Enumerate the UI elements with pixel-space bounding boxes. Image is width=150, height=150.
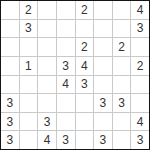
clue-cell-r6c1: 3	[1, 94, 19, 112]
clue-cell-r8c3: 4	[38, 131, 56, 149]
empty-cell-r4c6[interactable]	[94, 57, 112, 75]
clue-cell-r4c5: 4	[76, 57, 94, 75]
empty-cell-r7c4[interactable]	[57, 113, 75, 131]
empty-cell-r8c2[interactable]	[20, 131, 38, 149]
clue-cell-r8c4: 3	[57, 131, 75, 149]
clue-cell-r7c8: 4	[131, 113, 149, 131]
clue-cell-r3c7: 2	[113, 38, 131, 56]
minesweeper-board: 224332213424333333434333	[0, 0, 150, 150]
empty-cell-r1c6[interactable]	[94, 1, 112, 19]
empty-cell-r4c7[interactable]	[113, 57, 131, 75]
empty-cell-r4c3[interactable]	[38, 57, 56, 75]
clue-cell-r7c3: 3	[38, 113, 56, 131]
empty-cell-r6c8[interactable]	[131, 94, 149, 112]
clue-cell-r1c8: 4	[131, 1, 149, 19]
empty-cell-r2c5[interactable]	[76, 20, 94, 38]
clue-cell-r1c5: 2	[76, 1, 94, 19]
empty-cell-r5c2[interactable]	[20, 76, 38, 94]
empty-cell-r2c3[interactable]	[38, 20, 56, 38]
empty-cell-r5c8[interactable]	[131, 76, 149, 94]
empty-cell-r2c1[interactable]	[1, 20, 19, 38]
clue-cell-r7c1: 3	[1, 113, 19, 131]
empty-cell-r6c2[interactable]	[20, 94, 38, 112]
clue-cell-r5c4: 4	[57, 76, 75, 94]
clue-cell-r2c8: 3	[131, 20, 149, 38]
clue-cell-r6c7: 3	[113, 94, 131, 112]
clue-cell-r2c2: 3	[20, 20, 38, 38]
empty-cell-r8c5[interactable]	[76, 131, 94, 149]
clue-cell-r4c2: 1	[20, 57, 38, 75]
clue-cell-r1c2: 2	[20, 1, 38, 19]
clue-cell-r8c6: 3	[94, 131, 112, 149]
empty-cell-r5c1[interactable]	[1, 76, 19, 94]
empty-cell-r1c1[interactable]	[1, 1, 19, 19]
empty-cell-r7c6[interactable]	[94, 113, 112, 131]
empty-cell-r7c5[interactable]	[76, 113, 94, 131]
empty-cell-r2c4[interactable]	[57, 20, 75, 38]
empty-cell-r1c3[interactable]	[38, 1, 56, 19]
empty-cell-r3c2[interactable]	[20, 38, 38, 56]
empty-cell-r5c6[interactable]	[94, 76, 112, 94]
empty-cell-r2c6[interactable]	[94, 20, 112, 38]
clue-cell-r8c1: 3	[1, 131, 19, 149]
empty-cell-r5c3[interactable]	[38, 76, 56, 94]
empty-cell-r6c3[interactable]	[38, 94, 56, 112]
empty-cell-r2c7[interactable]	[113, 20, 131, 38]
empty-cell-r7c7[interactable]	[113, 113, 131, 131]
empty-cell-r8c7[interactable]	[113, 131, 131, 149]
empty-cell-r3c8[interactable]	[131, 38, 149, 56]
clue-cell-r5c5: 3	[76, 76, 94, 94]
clue-cell-r4c4: 3	[57, 57, 75, 75]
empty-cell-r3c3[interactable]	[38, 38, 56, 56]
clue-cell-r6c6: 3	[94, 94, 112, 112]
clue-cell-r4c8: 2	[131, 57, 149, 75]
empty-cell-r1c7[interactable]	[113, 1, 131, 19]
clue-cell-r8c8: 3	[131, 131, 149, 149]
empty-cell-r5c7[interactable]	[113, 76, 131, 94]
empty-cell-r4c1[interactable]	[1, 57, 19, 75]
empty-cell-r3c1[interactable]	[1, 38, 19, 56]
empty-cell-r1c4[interactable]	[57, 1, 75, 19]
empty-cell-r3c4[interactable]	[57, 38, 75, 56]
empty-cell-r6c5[interactable]	[76, 94, 94, 112]
empty-cell-r6c4[interactable]	[57, 94, 75, 112]
empty-cell-r7c2[interactable]	[20, 113, 38, 131]
clue-cell-r3c5: 2	[76, 38, 94, 56]
empty-cell-r3c6[interactable]	[94, 38, 112, 56]
